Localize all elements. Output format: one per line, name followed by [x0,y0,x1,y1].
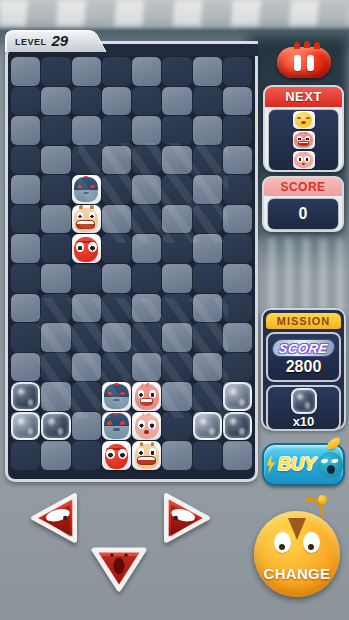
move-right-button[interactable] [157,488,215,548]
board-cell [162,412,191,441]
board-cell [132,412,161,441]
piece-blue [102,412,131,441]
eye-icon [274,532,291,553]
board-cell [193,294,222,323]
mission-score-goal: SCORE 2800 [266,332,341,382]
bubble-block [223,382,252,411]
board-cell [41,412,70,441]
board-cell [223,87,252,116]
board-cell [102,264,131,293]
board-cell [132,353,161,382]
board-cell [41,146,70,175]
board-cell [162,382,191,411]
board-cell [223,294,252,323]
eye-icon [303,532,320,553]
board-cell [41,294,70,323]
board-cell [72,294,101,323]
move-down-button[interactable] [87,543,151,595]
board-cell [132,323,161,352]
change-label: CHANGE [254,565,340,582]
piece-tan [72,205,101,234]
buy-label: BUY [278,454,316,475]
board-cell [102,323,131,352]
board-cell [132,205,161,234]
mission-title: MISSION [266,313,341,329]
board-cell [132,264,161,293]
piece-tan [132,441,161,470]
bubble-block [11,382,40,411]
board-cell [72,323,101,352]
board-grid [11,57,252,470]
board-cell [193,116,222,145]
mission-bubble-count: x10 [293,414,315,429]
board-cell [11,382,40,411]
score-value: 0 [267,198,339,230]
board-cell [11,264,40,293]
board-cell [41,353,70,382]
board-cell [41,175,70,204]
board-cell [11,116,40,145]
mission-score-value: 2800 [286,358,322,376]
piece-pinkhair [293,131,315,149]
board-cell [223,57,252,86]
board-cell [223,382,252,411]
board-cell [162,205,191,234]
piece-yellow [293,111,315,129]
board-cell [162,441,191,470]
move-left-button[interactable] [26,488,84,548]
board-cell [162,175,191,204]
board-cell [41,382,70,411]
board-cell [41,87,70,116]
board-cell [11,146,40,175]
board-cell [102,353,131,382]
piece-blue [102,382,131,411]
bubble-block [223,412,252,441]
next-panel-title: NEXT [265,87,342,107]
board-cell [72,87,101,116]
pause-icon [307,55,314,71]
board-cell [102,441,131,470]
board-cell [223,205,252,234]
bubble-block [11,412,40,441]
board-cell [11,294,40,323]
board-cell [193,264,222,293]
next-piece-pinkhair [293,131,315,149]
board-cell [72,264,101,293]
board-cell [193,205,222,234]
board-cell [132,234,161,263]
buy-button[interactable]: BUY [262,443,345,486]
board-cell [41,116,70,145]
bubble-block [193,412,222,441]
mission-panel: MISSION SCORE 2800 x10 [261,308,346,430]
level-label: LEVEL [15,37,47,47]
change-button[interactable]: CHANGE [254,511,340,597]
game-board [5,45,258,482]
score-logo-plate: SCORE [271,339,336,357]
lightning-icon [264,455,277,474]
piece-pink [293,151,315,169]
board-cell [72,146,101,175]
board-cell [41,441,70,470]
next-piece-pink [293,151,315,169]
board-cell [193,87,222,116]
board-cell [193,353,222,382]
piece-blue [72,175,101,204]
board-cell [193,323,222,352]
board-cell [132,382,161,411]
score-panel-title: SCORE [264,178,342,196]
board-cell [11,234,40,263]
board-cell [41,57,70,86]
next-piece-yellow [293,111,315,129]
board-cell [102,87,131,116]
board-cell [223,175,252,204]
board-cell [162,57,191,86]
bubble-block-icon [291,388,317,414]
next-panel: NEXT [263,85,344,172]
board-cell [102,57,131,86]
board-cell [162,234,191,263]
antenna-icon [306,498,324,518]
board-cell [72,441,101,470]
board-top-frame [80,41,258,56]
board-cell [72,412,101,441]
board-cell [102,116,131,145]
board-cell [223,116,252,145]
piece-red [72,234,101,263]
board-cell [41,205,70,234]
board-cell [162,146,191,175]
board-cell [41,323,70,352]
board-cell [72,116,101,145]
board-cell [11,57,40,86]
board-cell [102,382,131,411]
board-cell [223,412,252,441]
board-cell [193,234,222,263]
score-panel: SCORE 0 [262,176,344,232]
board-cell [162,264,191,293]
board-cell [132,57,161,86]
board-cell [193,412,222,441]
board-cell [193,146,222,175]
board-cell [162,294,191,323]
board-cell [11,175,40,204]
board-cell [41,264,70,293]
level-badge: LEVEL 29 [5,30,89,52]
score-logo: SCORE [278,341,329,356]
board-cell [223,353,252,382]
board-cell [11,205,40,234]
board-cell [193,57,222,86]
board-cell [72,234,101,263]
piece-pinkhair [132,382,161,411]
board-cell [72,175,101,204]
board-cell [193,382,222,411]
board-cell [102,175,131,204]
board-cell [193,175,222,204]
board-cell [72,57,101,86]
next-queue [268,109,339,171]
board-cell [72,205,101,234]
board-cell [223,234,252,263]
piece-red [102,441,131,470]
board-cell [102,412,131,441]
buy-monster-icon [317,452,343,478]
piece-pink [132,412,161,441]
board-cell [11,353,40,382]
board-cell [102,146,131,175]
board-cell [162,323,191,352]
board-cell [223,264,252,293]
board-cell [11,441,40,470]
board-cell [223,441,252,470]
board-cell [162,87,191,116]
game-screen: LEVEL 29 NEXT SCORE 0 MISSION SCORE 2800… [0,0,349,620]
bubble-block [41,412,70,441]
board-cell [102,205,131,234]
board-cell [72,382,101,411]
mission-bubble-goal: x10 [266,385,341,431]
board-cell [132,146,161,175]
board-cell [41,234,70,263]
board-cell [193,441,222,470]
board-cell [11,412,40,441]
board-cell [132,294,161,323]
board-cell [132,175,161,204]
board-cell [11,323,40,352]
board-cell [72,353,101,382]
board-cell [223,146,252,175]
background-waves [0,0,349,26]
level-value: 29 [52,32,69,49]
board-cell [162,353,191,382]
background-streaks [252,238,349,313]
board-cell [162,116,191,145]
pause-button[interactable] [277,47,331,78]
board-cell [11,87,40,116]
board-cell [102,294,131,323]
board-cell [132,87,161,116]
board-cell [102,234,131,263]
board-cell [132,441,161,470]
board-cell [132,116,161,145]
pause-icon [294,55,301,71]
board-cell [223,323,252,352]
